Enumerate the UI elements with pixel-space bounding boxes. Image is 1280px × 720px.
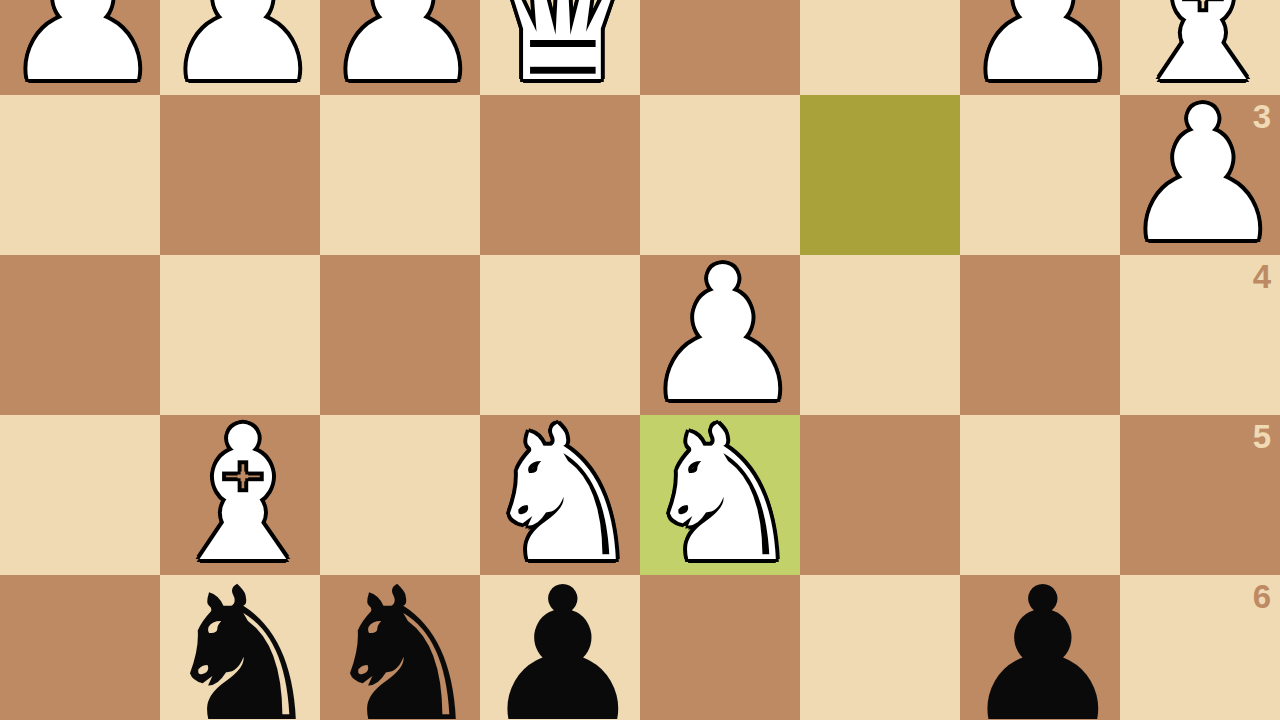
piece-black-pawn[interactable]: ♟ [480, 575, 640, 720]
square-b6[interactable]: ♟ [960, 575, 1120, 720]
piece-black-knight[interactable]: ♞ [160, 575, 320, 720]
square-g2[interactable]: ♟ [160, 0, 320, 95]
rank-label-5: 5 [1253, 420, 1271, 453]
square-e3[interactable] [480, 95, 640, 255]
square-a3[interactable]: ♟3 [1120, 95, 1280, 255]
piece-white-pawn[interactable]: ♟ [960, 0, 1120, 95]
square-g6[interactable]: ♞ [160, 575, 320, 720]
square-d2[interactable] [640, 0, 800, 95]
chessboard-viewport: ♟♟♟♛♟♝♟3♟4♝♞♞5♞♞♟♟6 [0, 0, 1280, 720]
piece-black-pawn[interactable]: ♟ [960, 575, 1120, 720]
square-c5[interactable] [800, 415, 960, 575]
square-b3[interactable] [960, 95, 1120, 255]
square-c3[interactable] [800, 95, 960, 255]
square-f3[interactable] [320, 95, 480, 255]
square-c6[interactable] [800, 575, 960, 720]
square-f2[interactable]: ♟ [320, 0, 480, 95]
rank-label-4: 4 [1253, 260, 1271, 293]
square-h4[interactable] [0, 255, 160, 415]
square-f6[interactable]: ♞ [320, 575, 480, 720]
square-e2[interactable]: ♛ [480, 0, 640, 95]
square-a6[interactable]: 6 [1120, 575, 1280, 720]
piece-white-pawn[interactable]: ♟ [320, 0, 480, 95]
square-a4[interactable]: 4 [1120, 255, 1280, 415]
rank-label-6: 6 [1253, 580, 1271, 613]
square-c2[interactable] [800, 0, 960, 95]
square-e6[interactable]: ♟ [480, 575, 640, 720]
square-b2[interactable]: ♟ [960, 0, 1120, 95]
piece-white-knight[interactable]: ♞ [640, 415, 800, 575]
square-g3[interactable] [160, 95, 320, 255]
square-h5[interactable] [0, 415, 160, 575]
chessboard: ♟♟♟♛♟♝♟3♟4♝♞♞5♞♞♟♟6 [0, 0, 1280, 720]
square-b4[interactable] [960, 255, 1120, 415]
square-d5[interactable]: ♞ [640, 415, 800, 575]
piece-white-queen[interactable]: ♛ [480, 0, 640, 95]
square-h6[interactable] [0, 575, 160, 720]
piece-black-knight[interactable]: ♞ [320, 575, 480, 720]
square-a5[interactable]: 5 [1120, 415, 1280, 575]
piece-white-pawn[interactable]: ♟ [160, 0, 320, 95]
square-h2[interactable]: ♟ [0, 0, 160, 95]
rank-label-3: 3 [1253, 100, 1271, 133]
square-d6[interactable] [640, 575, 800, 720]
square-h3[interactable] [0, 95, 160, 255]
piece-white-pawn[interactable]: ♟ [0, 0, 160, 95]
square-c4[interactable] [800, 255, 960, 415]
square-f4[interactable] [320, 255, 480, 415]
